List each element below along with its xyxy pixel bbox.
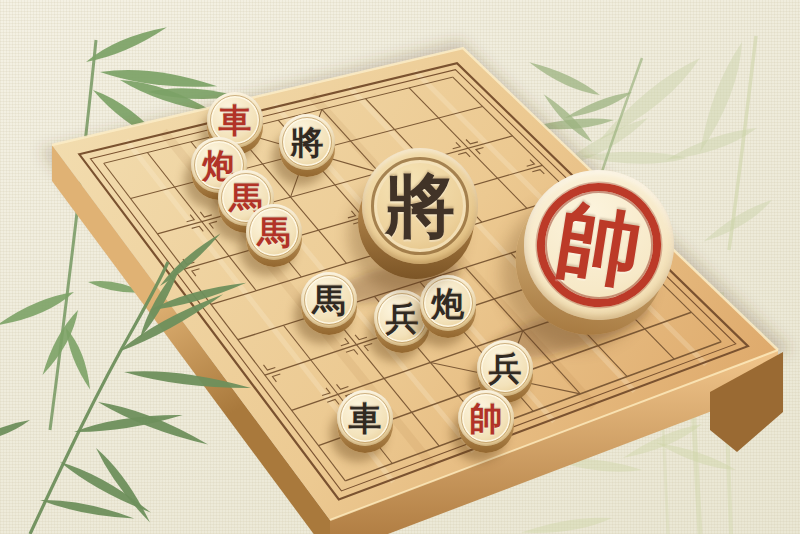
piece-face: 馬 — [301, 272, 357, 328]
piece-character: 帥 — [470, 402, 503, 435]
piece-face: 車 — [337, 390, 393, 446]
piece-black-將[interactable]: 將 — [279, 114, 335, 170]
piece-character: 將 — [291, 126, 324, 159]
piece-face: 炮 — [420, 275, 476, 331]
giant-red-general-character: 帥 — [551, 197, 647, 293]
piece-character: 兵 — [489, 352, 522, 385]
piece-character: 兵 — [386, 302, 419, 335]
giant-piece-face: 將 — [362, 148, 478, 264]
piece-face: 帥 — [458, 390, 514, 446]
piece-black-車[interactable]: 車 — [337, 390, 393, 446]
piece-black-炮[interactable]: 炮 — [420, 275, 476, 331]
piece-black-馬[interactable]: 馬 — [301, 272, 357, 328]
pieces-layer: 將 帥 車炮將馬馬馬兵炮兵車帥 — [0, 0, 800, 534]
piece-face: 將 — [279, 114, 335, 170]
piece-character: 馬 — [258, 216, 291, 249]
piece-red-馬[interactable]: 馬 — [246, 204, 302, 260]
piece-red-帥[interactable]: 帥 — [458, 390, 514, 446]
splash-scene: 將 帥 車炮將馬馬馬兵炮兵車帥 — [0, 0, 800, 534]
piece-character: 炮 — [432, 287, 465, 320]
giant-black-general-character: 將 — [385, 171, 455, 241]
piece-face: 馬 — [246, 204, 302, 260]
piece-face: 兵 — [477, 340, 533, 396]
piece-character: 車 — [349, 402, 382, 435]
piece-character: 馬 — [313, 284, 346, 317]
giant-red-general-piece: 帥 — [513, 159, 685, 331]
giant-black-general-piece: 將 — [362, 148, 478, 264]
piece-black-兵[interactable]: 兵 — [477, 340, 533, 396]
piece-character: 車 — [219, 104, 252, 137]
